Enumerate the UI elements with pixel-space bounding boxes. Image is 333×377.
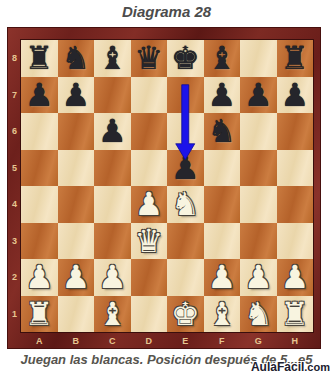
- square-a6: [21, 113, 58, 150]
- white-queen-d3: ♛: [131, 223, 168, 260]
- square-a7: ♟: [21, 77, 58, 114]
- rank-label-3: 3: [8, 223, 21, 260]
- file-label-c: C: [94, 333, 131, 350]
- square-a8: ♜: [21, 40, 58, 77]
- square-g8: [240, 40, 277, 77]
- white-pawn-g2: ♟: [240, 259, 277, 296]
- black-pawn-h7: ♟: [277, 77, 314, 114]
- square-d4: ♟: [131, 186, 168, 223]
- square-f2: ♟: [204, 259, 241, 296]
- square-c2: ♟: [94, 259, 131, 296]
- white-king-e1: ♚: [167, 296, 204, 333]
- square-e6: [167, 113, 204, 150]
- black-rook-a8: ♜: [21, 40, 58, 77]
- square-f1: ♝: [204, 296, 241, 333]
- square-e5: ♟: [167, 150, 204, 187]
- rank-label-7: 7: [8, 77, 21, 114]
- square-h6: [277, 113, 314, 150]
- square-h2: ♟: [277, 259, 314, 296]
- black-bishop-c8: ♝: [94, 40, 131, 77]
- diagram-title: Diagrama 28: [0, 3, 333, 20]
- white-pawn-h2: ♟: [277, 259, 314, 296]
- square-e1: ♚: [167, 296, 204, 333]
- square-a2: ♟: [21, 259, 58, 296]
- square-g3: [240, 223, 277, 260]
- square-a4: [21, 186, 58, 223]
- white-pawn-d4: ♟: [131, 186, 168, 223]
- black-pawn-c6: ♟: [94, 113, 131, 150]
- rank-label-2: 2: [8, 259, 21, 296]
- rank-label-4: 4: [8, 186, 21, 223]
- square-b5: [58, 150, 95, 187]
- square-b7: ♟: [58, 77, 95, 114]
- black-king-e8: ♚: [167, 40, 204, 77]
- chess-board: ♜♞♝♛♚♝♜♟♟♟♟♟♟♞♟♟♞♛♟♟♟♟♟♟♜♝♚♝♞♜ 87654321 …: [7, 27, 321, 349]
- square-g2: ♟: [240, 259, 277, 296]
- white-bishop-f1: ♝: [204, 296, 241, 333]
- square-g4: [240, 186, 277, 223]
- square-c1: ♝: [94, 296, 131, 333]
- square-d2: [131, 259, 168, 296]
- square-g1: ♞: [240, 296, 277, 333]
- square-h5: [277, 150, 314, 187]
- square-f8: ♝: [204, 40, 241, 77]
- board-squares: ♜♞♝♛♚♝♜♟♟♟♟♟♟♞♟♟♞♛♟♟♟♟♟♟♜♝♚♝♞♜: [21, 40, 313, 332]
- square-c3: [94, 223, 131, 260]
- square-h3: [277, 223, 314, 260]
- square-d1: [131, 296, 168, 333]
- black-pawn-f7: ♟: [204, 77, 241, 114]
- square-g7: ♟: [240, 77, 277, 114]
- square-b8: ♞: [58, 40, 95, 77]
- square-e2: [167, 259, 204, 296]
- square-h1: ♜: [277, 296, 314, 333]
- square-c8: ♝: [94, 40, 131, 77]
- black-knight-b8: ♞: [58, 40, 95, 77]
- file-label-h: H: [277, 333, 314, 350]
- square-b2: ♟: [58, 259, 95, 296]
- white-knight-e4: ♞: [167, 186, 204, 223]
- square-f5: [204, 150, 241, 187]
- watermark-brand: AulaFacil: [251, 360, 304, 374]
- watermark-suffix: .com: [304, 361, 330, 373]
- square-d7: [131, 77, 168, 114]
- square-d5: [131, 150, 168, 187]
- black-pawn-e5: ♟: [167, 150, 204, 187]
- square-d3: ♛: [131, 223, 168, 260]
- black-queen-d8: ♛: [131, 40, 168, 77]
- square-d6: [131, 113, 168, 150]
- square-b3: [58, 223, 95, 260]
- file-label-g: G: [240, 333, 277, 350]
- square-d8: ♛: [131, 40, 168, 77]
- white-rook-h1: ♜: [277, 296, 314, 333]
- square-b4: [58, 186, 95, 223]
- rank-label-6: 6: [8, 113, 21, 150]
- square-a3: [21, 223, 58, 260]
- square-e7: [167, 77, 204, 114]
- black-rook-h8: ♜: [277, 40, 314, 77]
- file-label-a: A: [21, 333, 58, 350]
- file-label-b: B: [58, 333, 95, 350]
- black-bishop-f8: ♝: [204, 40, 241, 77]
- square-h4: [277, 186, 314, 223]
- square-f6: ♞: [204, 113, 241, 150]
- black-pawn-a7: ♟: [21, 77, 58, 114]
- white-pawn-b2: ♟: [58, 259, 95, 296]
- file-label-d: D: [131, 333, 168, 350]
- square-c4: [94, 186, 131, 223]
- square-c7: [94, 77, 131, 114]
- white-pawn-f2: ♟: [204, 259, 241, 296]
- white-bishop-c1: ♝: [94, 296, 131, 333]
- square-h7: ♟: [277, 77, 314, 114]
- square-g5: [240, 150, 277, 187]
- rank-label-8: 8: [8, 40, 21, 77]
- white-knight-g1: ♞: [240, 296, 277, 333]
- white-pawn-a2: ♟: [21, 259, 58, 296]
- square-e8: ♚: [167, 40, 204, 77]
- black-knight-f6: ♞: [204, 113, 241, 150]
- square-f3: [204, 223, 241, 260]
- square-c6: ♟: [94, 113, 131, 150]
- black-pawn-b7: ♟: [58, 77, 95, 114]
- rank-label-1: 1: [8, 296, 21, 333]
- square-f7: ♟: [204, 77, 241, 114]
- square-g6: [240, 113, 277, 150]
- square-c5: [94, 150, 131, 187]
- file-label-f: F: [204, 333, 241, 350]
- square-e4: ♞: [167, 186, 204, 223]
- white-rook-a1: ♜: [21, 296, 58, 333]
- square-b6: [58, 113, 95, 150]
- watermark: AulaFacil.com: [251, 360, 330, 374]
- square-f4: [204, 186, 241, 223]
- file-label-e: E: [167, 333, 204, 350]
- square-h8: ♜: [277, 40, 314, 77]
- square-a1: ♜: [21, 296, 58, 333]
- square-e3: [167, 223, 204, 260]
- square-a5: [21, 150, 58, 187]
- black-pawn-g7: ♟: [240, 77, 277, 114]
- square-b1: [58, 296, 95, 333]
- white-pawn-c2: ♟: [94, 259, 131, 296]
- rank-label-5: 5: [8, 150, 21, 187]
